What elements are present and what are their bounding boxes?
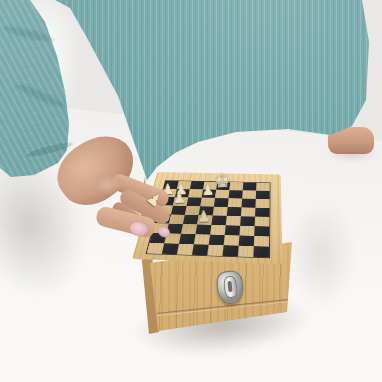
- board-square: [224, 235, 240, 246]
- photo-scene: ♚♟♟♟♟♟ ♟: [0, 0, 382, 382]
- board-square: [222, 245, 238, 256]
- box-side-shadow: [286, 200, 356, 310]
- board-square: [255, 199, 269, 208]
- board-square: [229, 182, 243, 190]
- board-square: [192, 244, 209, 255]
- board-square: [164, 181, 179, 189]
- knuckle-highlight: [96, 176, 122, 196]
- board-square: [255, 208, 269, 217]
- board-square: [225, 225, 240, 235]
- board-square: [207, 245, 223, 256]
- board-square: [190, 181, 204, 189]
- board-square: [254, 226, 269, 236]
- chess-piece-white-king: ♚: [213, 171, 231, 191]
- board-square: [255, 217, 270, 227]
- board-square: [241, 207, 256, 216]
- board-square: [226, 216, 241, 226]
- board-square: [253, 246, 269, 257]
- board-square: [243, 182, 257, 190]
- board-square: [241, 199, 255, 208]
- board-square: [229, 190, 243, 199]
- board-square: ♚: [216, 182, 230, 190]
- board-square: [177, 181, 192, 189]
- board-square: [256, 183, 270, 191]
- board-square: [256, 191, 270, 200]
- board-square: [228, 198, 242, 207]
- board-square: [240, 216, 255, 226]
- board-square: [238, 246, 254, 257]
- board-square: [254, 236, 269, 247]
- board-square: [239, 226, 254, 236]
- board-square: [209, 235, 225, 246]
- board-square: [242, 190, 256, 199]
- board-square: [203, 182, 217, 190]
- board-square: [239, 235, 255, 246]
- board-square: [227, 207, 242, 216]
